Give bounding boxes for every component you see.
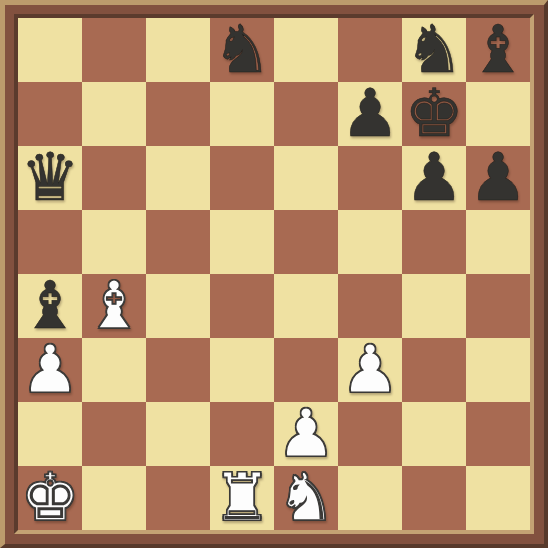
black-pawn[interactable]: ♟ (340, 82, 399, 146)
square-d1[interactable]: ♜ (210, 466, 274, 530)
square-h4[interactable] (466, 274, 530, 338)
square-h1[interactable] (466, 466, 530, 530)
square-g5[interactable] (402, 210, 466, 274)
white-king[interactable]: ♚ (20, 466, 79, 530)
black-king[interactable]: ♚ (404, 82, 463, 146)
square-c7[interactable] (146, 82, 210, 146)
square-b1[interactable] (82, 466, 146, 530)
square-f8[interactable] (338, 18, 402, 82)
square-h5[interactable] (466, 210, 530, 274)
square-b2[interactable] (82, 402, 146, 466)
square-c2[interactable] (146, 402, 210, 466)
square-c4[interactable] (146, 274, 210, 338)
square-f4[interactable] (338, 274, 402, 338)
square-f2[interactable] (338, 402, 402, 466)
square-b4[interactable]: ♝ (82, 274, 146, 338)
square-d2[interactable] (210, 402, 274, 466)
square-e2[interactable]: ♟ (274, 402, 338, 466)
square-f5[interactable] (338, 210, 402, 274)
square-g2[interactable] (402, 402, 466, 466)
square-a8[interactable] (18, 18, 82, 82)
white-knight[interactable]: ♞ (276, 466, 335, 530)
square-a3[interactable]: ♟ (18, 338, 82, 402)
square-b5[interactable] (82, 210, 146, 274)
square-a1[interactable]: ♚ (18, 466, 82, 530)
square-c8[interactable] (146, 18, 210, 82)
square-b8[interactable] (82, 18, 146, 82)
square-f1[interactable] (338, 466, 402, 530)
square-a5[interactable] (18, 210, 82, 274)
square-c5[interactable] (146, 210, 210, 274)
square-f6[interactable] (338, 146, 402, 210)
square-h7[interactable] (466, 82, 530, 146)
black-pawn[interactable]: ♟ (404, 146, 463, 210)
square-h2[interactable] (466, 402, 530, 466)
black-bishop[interactable]: ♝ (468, 18, 527, 82)
square-e7[interactable] (274, 82, 338, 146)
square-b7[interactable] (82, 82, 146, 146)
square-g3[interactable] (402, 338, 466, 402)
square-e8[interactable] (274, 18, 338, 82)
square-d7[interactable] (210, 82, 274, 146)
black-pawn[interactable]: ♟ (468, 146, 527, 210)
square-h8[interactable]: ♝ (466, 18, 530, 82)
square-a2[interactable] (18, 402, 82, 466)
square-d6[interactable] (210, 146, 274, 210)
square-d8[interactable]: ♞ (210, 18, 274, 82)
square-e4[interactable] (274, 274, 338, 338)
square-a7[interactable] (18, 82, 82, 146)
black-knight[interactable]: ♞ (212, 18, 271, 82)
square-d4[interactable] (210, 274, 274, 338)
square-a4[interactable]: ♝ (18, 274, 82, 338)
square-d3[interactable] (210, 338, 274, 402)
white-bishop[interactable]: ♝ (84, 274, 143, 338)
square-g7[interactable]: ♚ (402, 82, 466, 146)
square-d5[interactable] (210, 210, 274, 274)
white-pawn[interactable]: ♟ (20, 338, 79, 402)
black-knight[interactable]: ♞ (404, 18, 463, 82)
black-queen[interactable]: ♛ (20, 146, 79, 210)
square-f7[interactable]: ♟ (338, 82, 402, 146)
white-pawn[interactable]: ♟ (276, 402, 335, 466)
square-e6[interactable] (274, 146, 338, 210)
square-c6[interactable] (146, 146, 210, 210)
square-c1[interactable] (146, 466, 210, 530)
square-g6[interactable]: ♟ (402, 146, 466, 210)
square-e5[interactable] (274, 210, 338, 274)
white-rook[interactable]: ♜ (212, 466, 271, 530)
square-e1[interactable]: ♞ (274, 466, 338, 530)
square-g1[interactable] (402, 466, 466, 530)
black-bishop[interactable]: ♝ (20, 274, 79, 338)
square-b6[interactable] (82, 146, 146, 210)
square-c3[interactable] (146, 338, 210, 402)
white-pawn[interactable]: ♟ (340, 338, 399, 402)
board-inner-bevel: ♞♞♝♟♚♛♟♟♝♝♟♟♟♚♜♞ (14, 14, 534, 534)
square-g8[interactable]: ♞ (402, 18, 466, 82)
square-f3[interactable]: ♟ (338, 338, 402, 402)
square-b3[interactable] (82, 338, 146, 402)
square-g4[interactable] (402, 274, 466, 338)
square-a6[interactable]: ♛ (18, 146, 82, 210)
board-frame: ♞♞♝♟♚♛♟♟♝♝♟♟♟♚♜♞ (0, 0, 548, 548)
square-h3[interactable] (466, 338, 530, 402)
square-e3[interactable] (274, 338, 338, 402)
chess-board: ♞♞♝♟♚♛♟♟♝♝♟♟♟♚♜♞ (18, 18, 530, 530)
square-h6[interactable]: ♟ (466, 146, 530, 210)
